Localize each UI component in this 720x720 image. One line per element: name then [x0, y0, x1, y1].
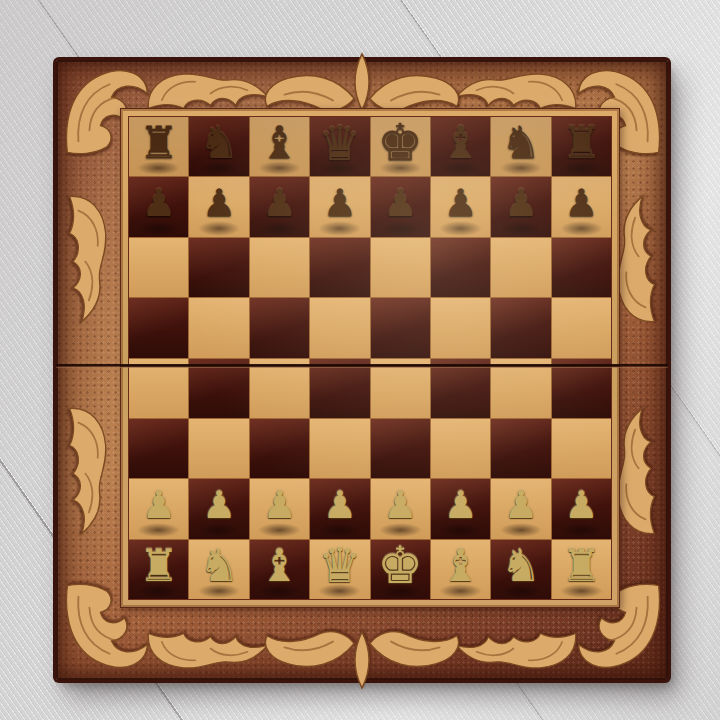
- board-square[interactable]: [491, 419, 550, 478]
- piece-black-knight[interactable]: ♞: [189, 117, 248, 176]
- board-square[interactable]: [552, 419, 611, 478]
- board-trim: ♜♞♝♛♚♝♞♜♟♟♟♟♟♟♟♟♟♟♟♟♟♟♟♟♜♞♝♛♚♝♞♜: [120, 108, 620, 608]
- palmette-crest-top-icon: [246, 52, 478, 114]
- board-square[interactable]: ♟: [310, 177, 369, 236]
- piece-black-rook[interactable]: ♜: [129, 117, 188, 176]
- piece-glyph: ♟: [564, 486, 598, 524]
- board-square[interactable]: ♟: [129, 479, 188, 538]
- board-square[interactable]: ♚: [371, 540, 430, 599]
- carved-chess-box: ♜♞♝♛♚♝♞♜♟♟♟♟♟♟♟♟♟♟♟♟♟♟♟♟♜♞♝♛♚♝♞♜: [56, 60, 668, 680]
- board-square[interactable]: ♜: [129, 540, 188, 599]
- piece-black-pawn[interactable]: ♟: [552, 177, 611, 236]
- board-square[interactable]: ♝: [250, 540, 309, 599]
- piece-glyph: ♟: [504, 486, 538, 524]
- board-square[interactable]: ♟: [431, 177, 490, 236]
- acanthus-scroll-right-lower-icon: [614, 396, 658, 546]
- piece-white-pawn[interactable]: ♟: [552, 479, 611, 538]
- piece-glyph: ♟: [383, 184, 417, 222]
- piece-white-knight[interactable]: ♞: [189, 540, 248, 599]
- piece-glyph: ♞: [199, 543, 239, 588]
- piece-black-pawn[interactable]: ♟: [250, 177, 309, 236]
- piece-glyph: ♝: [440, 120, 480, 165]
- acanthus-scroll-left-upper-icon: [66, 184, 110, 334]
- palmette-crest-bottom-icon: [246, 628, 478, 690]
- piece-black-king[interactable]: ♚: [371, 117, 430, 176]
- board-square[interactable]: ♝: [431, 117, 490, 176]
- board-square[interactable]: [371, 238, 430, 297]
- board-square[interactable]: ♟: [552, 479, 611, 538]
- piece-glyph: ♟: [142, 184, 176, 222]
- board-square[interactable]: [431, 419, 490, 478]
- piece-white-pawn[interactable]: ♟: [310, 479, 369, 538]
- board-square[interactable]: ♟: [491, 479, 550, 538]
- piece-black-knight[interactable]: ♞: [491, 117, 550, 176]
- board-square[interactable]: [371, 298, 430, 357]
- piece-glyph: ♞: [501, 543, 541, 588]
- piece-white-rook[interactable]: ♜: [129, 540, 188, 599]
- board-square[interactable]: ♟: [189, 177, 248, 236]
- board-square[interactable]: [189, 238, 248, 297]
- board-square[interactable]: ♝: [431, 540, 490, 599]
- piece-white-queen[interactable]: ♛: [310, 540, 369, 599]
- board-square[interactable]: ♛: [310, 540, 369, 599]
- piece-glyph: ♟: [202, 184, 236, 222]
- piece-glyph: ♛: [318, 541, 361, 589]
- piece-glyph: ♝: [259, 543, 299, 588]
- piece-black-bishop[interactable]: ♝: [250, 117, 309, 176]
- piece-white-pawn[interactable]: ♟: [371, 479, 430, 538]
- board-square[interactable]: ♞: [189, 117, 248, 176]
- fold-seam: [56, 364, 668, 368]
- piece-glyph: ♜: [139, 543, 179, 588]
- board-square[interactable]: ♟: [371, 177, 430, 236]
- board-square[interactable]: ♟: [431, 479, 490, 538]
- board-square[interactable]: [310, 238, 369, 297]
- piece-glyph: ♟: [202, 486, 236, 524]
- board-square[interactable]: [310, 298, 369, 357]
- board-square[interactable]: ♟: [250, 479, 309, 538]
- board-square[interactable]: ♟: [189, 479, 248, 538]
- board-square[interactable]: ♞: [189, 540, 248, 599]
- board-square[interactable]: [129, 298, 188, 357]
- piece-black-rook[interactable]: ♜: [552, 117, 611, 176]
- piece-black-pawn[interactable]: ♟: [129, 177, 188, 236]
- board-square[interactable]: [189, 298, 248, 357]
- board-square[interactable]: [552, 238, 611, 297]
- piece-glyph: ♜: [561, 543, 601, 588]
- board-square[interactable]: [129, 238, 188, 297]
- acanthus-scroll-right-upper-icon: [614, 184, 658, 334]
- piece-white-pawn[interactable]: ♟: [491, 479, 550, 538]
- board-square[interactable]: ♞: [491, 117, 550, 176]
- piece-black-pawn[interactable]: ♟: [431, 177, 490, 236]
- piece-glyph: ♟: [262, 486, 296, 524]
- piece-glyph: ♝: [440, 543, 480, 588]
- piece-glyph: ♚: [377, 540, 423, 591]
- piece-glyph: ♞: [501, 120, 541, 165]
- board-square[interactable]: [431, 298, 490, 357]
- board-square[interactable]: [129, 419, 188, 478]
- piece-glyph: ♟: [323, 184, 357, 222]
- piece-white-pawn[interactable]: ♟: [250, 479, 309, 538]
- board-square[interactable]: [431, 238, 490, 297]
- board-square[interactable]: ♟: [371, 479, 430, 538]
- piece-glyph: ♟: [323, 486, 357, 524]
- piece-white-pawn[interactable]: ♟: [431, 479, 490, 538]
- piece-white-knight[interactable]: ♞: [491, 540, 550, 599]
- board-square[interactable]: ♞: [491, 540, 550, 599]
- piece-glyph: ♟: [444, 184, 478, 222]
- piece-glyph: ♜: [561, 120, 601, 165]
- board-square[interactable]: ♟: [129, 177, 188, 236]
- piece-glyph: ♟: [444, 486, 478, 524]
- piece-glyph: ♚: [377, 117, 423, 168]
- board-square[interactable]: [189, 419, 248, 478]
- board-square[interactable]: [250, 419, 309, 478]
- piece-glyph: ♟: [504, 184, 538, 222]
- board-square[interactable]: ♚: [371, 117, 430, 176]
- board-square[interactable]: ♟: [310, 479, 369, 538]
- piece-white-rook[interactable]: ♜: [552, 540, 611, 599]
- piece-glyph: ♜: [139, 120, 179, 165]
- piece-black-pawn[interactable]: ♟: [491, 177, 550, 236]
- piece-black-bishop[interactable]: ♝: [431, 117, 490, 176]
- piece-white-bishop[interactable]: ♝: [250, 540, 309, 599]
- board-square[interactable]: [371, 419, 430, 478]
- board-square[interactable]: ♜: [552, 540, 611, 599]
- board-square[interactable]: [250, 298, 309, 357]
- board-square[interactable]: ♝: [250, 117, 309, 176]
- piece-white-pawn[interactable]: ♟: [189, 479, 248, 538]
- piece-white-king[interactable]: ♚: [371, 540, 430, 599]
- board-square[interactable]: ♜: [129, 117, 188, 176]
- piece-black-pawn[interactable]: ♟: [371, 177, 430, 236]
- board-square[interactable]: ♛: [310, 117, 369, 176]
- board-square[interactable]: ♜: [552, 117, 611, 176]
- piece-glyph: ♟: [142, 486, 176, 524]
- board-square[interactable]: ♟: [552, 177, 611, 236]
- piece-glyph: ♟: [262, 184, 296, 222]
- board-square[interactable]: ♟: [250, 177, 309, 236]
- board-square[interactable]: [552, 298, 611, 357]
- piece-black-queen[interactable]: ♛: [310, 117, 369, 176]
- piece-glyph: ♝: [259, 120, 299, 165]
- piece-black-pawn[interactable]: ♟: [189, 177, 248, 236]
- piece-white-bishop[interactable]: ♝: [431, 540, 490, 599]
- piece-white-pawn[interactable]: ♟: [129, 479, 188, 538]
- board-square[interactable]: [491, 238, 550, 297]
- piece-glyph: ♛: [318, 119, 361, 167]
- piece-glyph: ♟: [564, 184, 598, 222]
- piece-black-pawn[interactable]: ♟: [310, 177, 369, 236]
- board-square[interactable]: ♟: [491, 177, 550, 236]
- board-square[interactable]: [250, 238, 309, 297]
- acanthus-scroll-left-lower-icon: [66, 396, 110, 546]
- piece-glyph: ♞: [199, 120, 239, 165]
- board-square[interactable]: [310, 419, 369, 478]
- board-square[interactable]: [491, 298, 550, 357]
- piece-glyph: ♟: [383, 486, 417, 524]
- chess-board: ♜♞♝♛♚♝♞♜♟♟♟♟♟♟♟♟♟♟♟♟♟♟♟♟♜♞♝♛♚♝♞♜: [128, 116, 612, 600]
